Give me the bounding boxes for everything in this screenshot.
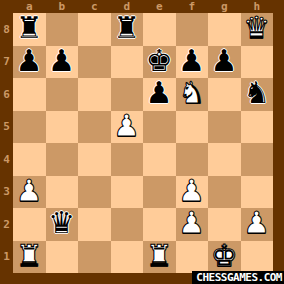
square-d4 [111, 143, 144, 176]
square-g5 [208, 111, 241, 144]
square-d7 [111, 46, 144, 79]
piece-black-pawn: ♟ [178, 46, 205, 76]
square-e2 [143, 208, 176, 241]
file-label-c: c [78, 0, 111, 13]
square-h8: ♛ [241, 13, 274, 46]
piece-black-pawn: ♟ [16, 46, 43, 76]
square-g8 [208, 13, 241, 46]
square-c3 [78, 176, 111, 209]
piece-white-pawn: ♟ [113, 111, 140, 141]
square-f1 [176, 241, 209, 274]
square-f6: ♞ [176, 78, 209, 111]
square-g4 [208, 143, 241, 176]
piece-white-king: ♚ [211, 241, 238, 271]
square-g1: ♚ [208, 241, 241, 274]
square-a2 [13, 208, 46, 241]
square-c8 [78, 13, 111, 46]
square-e6: ♟ [143, 78, 176, 111]
square-d3 [111, 176, 144, 209]
chess-diagram: abcdefgh 87654321 ♜♜♛♟♟♚♟♟♟♞♞♟♟♟♛♟♟♜♜♚ C… [0, 0, 284, 284]
piece-white-pawn: ♟ [178, 176, 205, 206]
square-f8 [176, 13, 209, 46]
square-a8: ♜ [13, 13, 46, 46]
file-label-e: e [143, 0, 176, 13]
rank-label-2: 2 [0, 208, 13, 241]
piece-white-rook: ♜ [146, 241, 173, 271]
square-g6 [208, 78, 241, 111]
piece-white-queen: ♛ [243, 13, 270, 43]
square-g2 [208, 208, 241, 241]
piece-black-rook: ♜ [113, 13, 140, 43]
piece-black-pawn: ♟ [146, 78, 173, 108]
square-e1: ♜ [143, 241, 176, 274]
rank-label-1: 1 [0, 241, 13, 274]
piece-white-pawn: ♟ [178, 208, 205, 238]
chess-board: ♜♜♛♟♟♚♟♟♟♞♞♟♟♟♛♟♟♜♜♚ [13, 13, 273, 273]
square-a4 [13, 143, 46, 176]
square-c5 [78, 111, 111, 144]
file-labels: abcdefgh [13, 0, 273, 13]
square-h3 [241, 176, 274, 209]
square-d2 [111, 208, 144, 241]
piece-black-rook: ♜ [16, 13, 43, 43]
square-h4 [241, 143, 274, 176]
square-b8 [46, 13, 79, 46]
rank-label-7: 7 [0, 46, 13, 79]
square-d5: ♟ [111, 111, 144, 144]
file-label-f: f [176, 0, 209, 13]
square-d1 [111, 241, 144, 274]
site-banner: CHESSGAMES.COM [192, 271, 284, 284]
square-a3: ♟ [13, 176, 46, 209]
rank-label-8: 8 [0, 13, 13, 46]
square-h6: ♞ [241, 78, 274, 111]
piece-white-pawn: ♟ [16, 176, 43, 206]
square-b1 [46, 241, 79, 274]
square-b2: ♛ [46, 208, 79, 241]
square-h5 [241, 111, 274, 144]
square-h1 [241, 241, 274, 274]
square-b3 [46, 176, 79, 209]
square-c4 [78, 143, 111, 176]
square-f7: ♟ [176, 46, 209, 79]
rank-label-4: 4 [0, 143, 13, 176]
file-label-d: d [111, 0, 144, 13]
square-b6 [46, 78, 79, 111]
square-e7: ♚ [143, 46, 176, 79]
square-g7: ♟ [208, 46, 241, 79]
square-h2: ♟ [241, 208, 274, 241]
square-a1: ♜ [13, 241, 46, 274]
piece-black-knight: ♞ [243, 78, 270, 108]
piece-black-pawn: ♟ [211, 46, 238, 76]
piece-black-pawn: ♟ [48, 46, 75, 76]
file-label-h: h [241, 0, 274, 13]
square-a7: ♟ [13, 46, 46, 79]
square-a6 [13, 78, 46, 111]
square-f5 [176, 111, 209, 144]
square-f3: ♟ [176, 176, 209, 209]
square-b4 [46, 143, 79, 176]
square-b7: ♟ [46, 46, 79, 79]
file-label-a: a [13, 0, 46, 13]
square-f4 [176, 143, 209, 176]
square-c6 [78, 78, 111, 111]
piece-white-rook: ♜ [16, 241, 43, 271]
rank-label-6: 6 [0, 78, 13, 111]
piece-black-king: ♚ [146, 46, 173, 76]
square-e4 [143, 143, 176, 176]
piece-white-knight: ♞ [178, 78, 205, 108]
square-d8: ♜ [111, 13, 144, 46]
square-e5 [143, 111, 176, 144]
square-g3 [208, 176, 241, 209]
file-label-b: b [46, 0, 79, 13]
rank-label-5: 5 [0, 111, 13, 144]
square-c7 [78, 46, 111, 79]
piece-black-queen: ♛ [48, 208, 75, 238]
rank-labels: 87654321 [0, 13, 13, 273]
square-c1 [78, 241, 111, 274]
file-label-g: g [208, 0, 241, 13]
square-e8 [143, 13, 176, 46]
piece-white-pawn: ♟ [243, 208, 270, 238]
square-b5 [46, 111, 79, 144]
square-a5 [13, 111, 46, 144]
square-h7 [241, 46, 274, 79]
square-d6 [111, 78, 144, 111]
square-f2: ♟ [176, 208, 209, 241]
rank-label-3: 3 [0, 176, 13, 209]
square-e3 [143, 176, 176, 209]
square-c2 [78, 208, 111, 241]
